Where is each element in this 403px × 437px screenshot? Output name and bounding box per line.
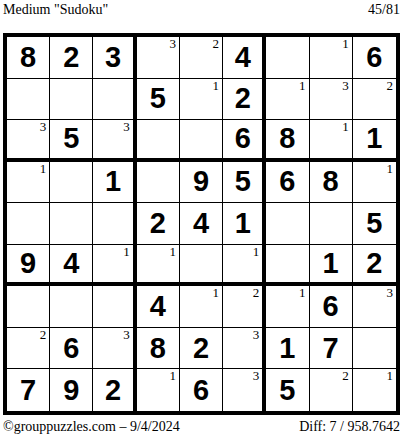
given-digit: 2 (50, 37, 92, 78)
given-digit: 7 (310, 328, 352, 369)
cell-r3c4[interactable] (137, 120, 180, 162)
cell-r4c1[interactable]: 1 (7, 162, 50, 204)
cell-r4c3[interactable]: 1 (93, 162, 136, 204)
cell-r2c9[interactable]: 2 (353, 79, 396, 121)
given-digit: 4 (180, 203, 222, 244)
cell-r1c6[interactable]: 4 (223, 37, 266, 79)
given-digit: 6 (223, 120, 262, 158)
cell-r8c5[interactable]: 2 (180, 328, 223, 370)
cell-r4c4[interactable] (137, 162, 180, 204)
pencil-mark: 1 (213, 285, 220, 300)
cell-r2c1[interactable] (7, 79, 50, 121)
cell-r9c9[interactable]: 1 (353, 369, 396, 411)
cell-r7c4[interactable]: 4 (137, 286, 180, 328)
given-digit: 4 (137, 286, 179, 327)
cell-r3c2[interactable]: 5 (50, 120, 93, 162)
cell-r7c1[interactable] (7, 286, 50, 328)
cell-r4c9[interactable]: 1 (353, 162, 396, 204)
cell-r8c8[interactable]: 7 (310, 328, 353, 370)
cell-r8c3[interactable]: 3 (93, 328, 136, 370)
cell-r1c4[interactable]: 3 (137, 37, 180, 79)
cell-r2c5[interactable]: 1 (180, 79, 223, 121)
given-digit: 6 (50, 328, 92, 369)
given-digit: 1 (266, 328, 308, 369)
cell-r9c2[interactable]: 9 (50, 369, 93, 411)
given-digit: 9 (50, 369, 92, 411)
given-digit: 2 (223, 79, 262, 120)
cell-r9c3[interactable]: 2 (93, 369, 136, 411)
footer-copyright: ©grouppuzzles.com – 9/4/2024 (3, 419, 180, 435)
pencil-mark: 2 (213, 36, 220, 51)
pencil-mark: 3 (386, 285, 393, 300)
cell-r9c5[interactable]: 6 (180, 369, 223, 411)
cell-r3c9[interactable]: 1 (353, 120, 396, 162)
given-digit: 9 (7, 245, 49, 283)
given-digit: 5 (266, 369, 308, 411)
cell-r3c1[interactable]: 3 (7, 120, 50, 162)
cell-r4c7[interactable]: 6 (266, 162, 309, 204)
given-digit: 8 (266, 120, 308, 158)
cell-r6c8[interactable]: 1 (310, 245, 353, 287)
given-digit: 2 (353, 245, 396, 283)
cell-r5c8[interactable] (310, 203, 353, 245)
cell-r4c2[interactable] (50, 162, 93, 204)
given-digit: 5 (137, 79, 179, 120)
cell-r2c7[interactable]: 1 (266, 79, 309, 121)
cell-r7c6[interactable]: 2 (223, 286, 266, 328)
cell-r6c1[interactable]: 9 (7, 245, 50, 287)
cell-r5c2[interactable] (50, 203, 93, 245)
cell-r5c7[interactable] (266, 203, 309, 245)
pencil-mark: 1 (299, 78, 306, 93)
pencil-mark: 2 (342, 368, 349, 383)
cell-r1c5[interactable]: 2 (180, 37, 223, 79)
given-digit: 6 (310, 286, 352, 327)
cell-r5c5[interactable]: 4 (180, 203, 223, 245)
cell-r6c3[interactable]: 1 (93, 245, 136, 287)
given-digit: 1 (223, 203, 262, 244)
given-digit: 2 (180, 328, 222, 369)
cell-r2c3[interactable] (93, 79, 136, 121)
cell-r3c3[interactable]: 3 (93, 120, 136, 162)
cell-r1c2[interactable]: 2 (50, 37, 93, 79)
cell-r7c2[interactable] (50, 286, 93, 328)
pencil-mark: 1 (342, 36, 349, 51)
cell-r6c9[interactable]: 2 (353, 245, 396, 287)
cell-r5c3[interactable] (93, 203, 136, 245)
cell-r2c4[interactable]: 5 (137, 79, 180, 121)
given-digit: 3 (93, 37, 132, 78)
given-digit: 8 (7, 37, 49, 78)
cell-r5c9[interactable]: 5 (353, 203, 396, 245)
pencil-mark: 3 (169, 36, 176, 51)
cell-r4c6[interactable]: 5 (223, 162, 266, 204)
cell-r3c8[interactable]: 1 (310, 120, 353, 162)
cell-r4c8[interactable]: 8 (310, 162, 353, 204)
given-digit: 8 (310, 162, 352, 203)
given-digit: 4 (50, 245, 92, 283)
cell-r9c1[interactable]: 7 (7, 369, 50, 411)
cell-r9c7[interactable]: 5 (266, 369, 309, 411)
given-digit: 5 (353, 203, 396, 244)
given-digit: 7 (7, 369, 49, 411)
cell-r1c8[interactable]: 1 (310, 37, 353, 79)
cell-r7c5[interactable]: 1 (180, 286, 223, 328)
cell-r1c1[interactable]: 8 (7, 37, 50, 79)
given-digit: 4 (223, 37, 262, 78)
given-digit: 1 (93, 162, 132, 203)
cell-r9c8[interactable]: 2 (310, 369, 353, 411)
pencil-mark: 1 (169, 368, 176, 383)
given-digit: 5 (223, 162, 262, 203)
cell-r8c1[interactable]: 2 (7, 328, 50, 370)
cell-r7c9[interactable]: 3 (353, 286, 396, 328)
cell-r7c3[interactable] (93, 286, 136, 328)
pencil-mark: 3 (253, 327, 260, 342)
pencil-mark: 2 (386, 78, 393, 93)
cell-r1c7[interactable] (266, 37, 309, 79)
footer-difficulty: Diff: 7 / 958.7642 (299, 419, 400, 435)
footer: ©grouppuzzles.com – 9/4/2024 Diff: 7 / 9… (3, 419, 401, 435)
cell-r6c6[interactable]: 1 (223, 245, 266, 287)
pencil-mark: 3 (123, 119, 130, 134)
given-digit: 6 (353, 37, 396, 78)
cell-r9c6[interactable]: 3 (223, 369, 266, 411)
given-digit: 8 (137, 328, 179, 369)
pencil-mark: 1 (123, 244, 130, 259)
given-digit: 2 (137, 203, 179, 244)
cell-r3c5[interactable] (180, 120, 223, 162)
given-digit: 6 (266, 162, 308, 203)
cell-r7c8[interactable]: 6 (310, 286, 353, 328)
pencil-mark: 1 (342, 119, 349, 134)
cell-r8c6[interactable]: 3 (223, 328, 266, 370)
cell-r2c8[interactable]: 3 (310, 79, 353, 121)
pencil-mark: 3 (40, 119, 47, 134)
cell-r2c6[interactable]: 2 (223, 79, 266, 121)
cell-r5c6[interactable]: 1 (223, 203, 266, 245)
cell-r2c2[interactable] (50, 79, 93, 121)
progress-counter: 45/81 (368, 2, 400, 17)
pencil-mark: 3 (123, 327, 130, 342)
given-digit: 1 (353, 120, 396, 158)
pencil-mark: 1 (386, 368, 393, 383)
pencil-mark: 3 (253, 368, 260, 383)
pencil-mark: 2 (253, 285, 260, 300)
cell-r3c6[interactable]: 6 (223, 120, 266, 162)
pencil-mark: 1 (299, 285, 306, 300)
given-digit: 5 (50, 120, 92, 158)
pencil-mark: 3 (342, 78, 349, 93)
given-digit: 6 (180, 369, 222, 411)
sudoku-board: 8233241651213235368111195681241594111124… (3, 33, 400, 415)
cell-r1c9[interactable]: 6 (353, 37, 396, 79)
pencil-mark: 1 (213, 78, 220, 93)
pencil-mark: 1 (169, 244, 176, 259)
pencil-mark: 1 (253, 244, 260, 259)
pencil-mark: 1 (40, 161, 47, 176)
page-title: Medium "Sudoku" (3, 2, 108, 17)
puzzle-page: Medium "Sudoku" 45/81 823324165121323536… (0, 0, 403, 437)
pencil-mark: 1 (386, 161, 393, 176)
given-digit: 2 (93, 369, 132, 411)
cell-r8c2[interactable]: 6 (50, 328, 93, 370)
cell-r8c7[interactable]: 1 (266, 328, 309, 370)
cell-r5c4[interactable]: 2 (137, 203, 180, 245)
cell-r6c4[interactable]: 1 (137, 245, 180, 287)
cell-r6c2[interactable]: 4 (50, 245, 93, 287)
cell-r6c5[interactable] (180, 245, 223, 287)
cell-r9c4[interactable]: 1 (137, 369, 180, 411)
cell-r7c7[interactable]: 1 (266, 286, 309, 328)
cell-r8c4[interactable]: 8 (137, 328, 180, 370)
cell-r8c9[interactable] (353, 328, 396, 370)
pencil-mark: 2 (40, 327, 47, 342)
cell-r6c7[interactable] (266, 245, 309, 287)
cell-r5c1[interactable] (7, 203, 50, 245)
cell-r4c5[interactable]: 9 (180, 162, 223, 204)
given-digit: 1 (310, 245, 352, 283)
cell-r1c3[interactable]: 3 (93, 37, 136, 79)
cell-r3c7[interactable]: 8 (266, 120, 309, 162)
given-digit: 9 (180, 162, 222, 203)
header: Medium "Sudoku" 45/81 (3, 2, 401, 17)
